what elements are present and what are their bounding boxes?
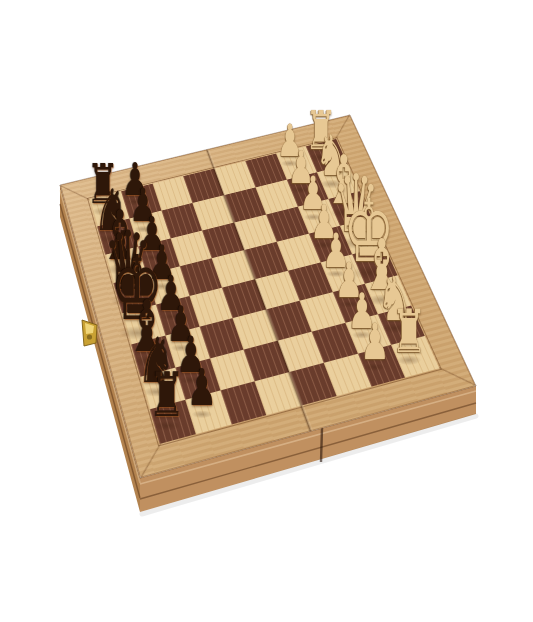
chess-set-photo: ♜♞♝♛♚♝♞♜♟♟♟♟♟♟♟♟♟♟♟♟♟♟♟♟♜♞♝♛♚♝♞♜	[0, 0, 533, 622]
clasp-icon	[82, 320, 97, 346]
fold-seam-side	[321, 428, 322, 462]
